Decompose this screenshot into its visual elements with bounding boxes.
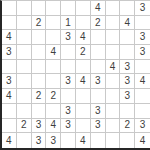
clue-cell-r3c5: 3 [61,30,76,45]
empty-cell-r6c8[interactable] [106,74,121,89]
empty-cell-r8c2[interactable] [17,104,32,119]
empty-cell-r3c2[interactable] [17,30,32,45]
clue-cell-r9c5: 3 [61,119,76,134]
empty-cell-r9c6[interactable] [76,119,91,134]
empty-cell-r3c4[interactable] [46,30,61,45]
empty-cell-r5c3[interactable] [32,60,47,75]
clue-cell-r6c10: 4 [135,74,150,89]
clue-cell-r4c10: 3 [135,45,150,60]
empty-cell-r8c10[interactable] [135,104,150,119]
clue-cell-r9c7: 3 [91,119,106,134]
empty-cell-r4c2[interactable] [17,45,32,60]
clue-cell-r6c6: 4 [76,74,91,89]
empty-cell-r1c8[interactable] [106,1,121,16]
clue-cell-r10c10: 4 [135,133,150,148]
empty-cell-r4c8[interactable] [106,45,121,60]
empty-cell-r8c4[interactable] [46,104,61,119]
empty-cell-r6c3[interactable] [32,74,47,89]
clue-cell-r2c7: 2 [91,16,106,31]
empty-cell-r1c5[interactable] [61,1,76,16]
empty-cell-r5c7[interactable] [91,60,106,75]
empty-cell-r10c7[interactable] [91,133,106,148]
clue-cell-r4c6: 2 [76,45,91,60]
empty-cell-r5c6[interactable] [76,60,91,75]
empty-cell-r6c4[interactable] [46,74,61,89]
clue-cell-r9c4: 4 [46,119,61,134]
empty-cell-r3c3[interactable] [32,30,47,45]
clue-cell-r2c3: 2 [32,16,47,31]
empty-cell-r7c6[interactable] [76,89,91,104]
empty-cell-r1c4[interactable] [46,1,61,16]
empty-cell-r5c4[interactable] [46,60,61,75]
clue-cell-r6c1: 3 [2,74,17,89]
clue-cell-r9c2: 2 [17,119,32,134]
clue-cell-r1c10: 3 [135,1,150,16]
empty-cell-r6c2[interactable] [17,74,32,89]
clue-cell-r9c9: 2 [120,119,135,134]
clue-cell-r7c4: 2 [46,89,61,104]
empty-cell-r4c7[interactable] [91,45,106,60]
empty-cell-r3c7[interactable] [91,30,106,45]
clue-cell-r6c5: 3 [61,74,76,89]
clue-cell-r10c3: 3 [32,133,47,148]
clue-cell-r6c7: 3 [91,74,106,89]
clue-cell-r5c8: 4 [106,60,121,75]
empty-cell-r5c10[interactable] [135,60,150,75]
empty-cell-r8c3[interactable] [32,104,47,119]
empty-cell-r4c5[interactable] [61,45,76,60]
clue-cell-r5c9: 3 [120,60,135,75]
puzzle-board: 4321244343342343334334422333234332343344 [0,0,150,150]
empty-cell-r1c3[interactable] [32,1,47,16]
empty-cell-r5c1[interactable] [2,60,17,75]
clue-cell-r8c7: 3 [91,104,106,119]
empty-cell-r1c6[interactable] [76,1,91,16]
empty-cell-r8c9[interactable] [120,104,135,119]
empty-cell-r10c2[interactable] [17,133,32,148]
clue-cell-r9c3: 3 [32,119,47,134]
clue-cell-r3c10: 3 [135,30,150,45]
clue-cell-r9c10: 3 [135,119,150,134]
clue-cell-r4c4: 4 [46,45,61,60]
clue-cell-r2c5: 1 [61,16,76,31]
clue-cell-r10c4: 3 [46,133,61,148]
empty-cell-r8c6[interactable] [76,104,91,119]
empty-cell-r2c10[interactable] [135,16,150,31]
empty-cell-r9c8[interactable] [106,119,121,134]
clue-cell-r7c1: 4 [2,89,17,104]
empty-cell-r3c8[interactable] [106,30,121,45]
empty-cell-r2c6[interactable] [76,16,91,31]
clue-cell-r3c6: 4 [76,30,91,45]
empty-cell-r7c7[interactable] [91,89,106,104]
empty-cell-r10c5[interactable] [61,133,76,148]
empty-cell-r7c2[interactable] [17,89,32,104]
clue-cell-r8c5: 3 [61,104,76,119]
empty-cell-r7c10[interactable] [135,89,150,104]
clue-cell-r1c7: 4 [91,1,106,16]
clue-cell-r6c9: 3 [120,74,135,89]
clue-cell-r10c6: 4 [76,133,91,148]
clue-cell-r4c1: 3 [2,45,17,60]
clue-cell-r10c1: 4 [2,133,17,148]
empty-cell-r10c9[interactable] [120,133,135,148]
empty-cell-r10c8[interactable] [106,133,121,148]
empty-cell-r8c8[interactable] [106,104,121,119]
clue-cell-r7c3: 2 [32,89,47,104]
empty-cell-r4c9[interactable] [120,45,135,60]
empty-cell-r5c2[interactable] [17,60,32,75]
empty-cell-r1c1[interactable] [2,1,17,16]
empty-cell-r7c5[interactable] [61,89,76,104]
empty-cell-r4c3[interactable] [32,45,47,60]
empty-cell-r8c1[interactable] [2,104,17,119]
empty-cell-r2c1[interactable] [2,16,17,31]
empty-cell-r7c8[interactable] [106,89,121,104]
clue-cell-r2c9: 4 [120,16,135,31]
empty-cell-r1c9[interactable] [120,1,135,16]
empty-cell-r2c8[interactable] [106,16,121,31]
empty-cell-r2c2[interactable] [17,16,32,31]
clue-cell-r7c9: 3 [120,89,135,104]
empty-cell-r1c2[interactable] [17,1,32,16]
empty-cell-r3c9[interactable] [120,30,135,45]
empty-cell-r9c1[interactable] [2,119,17,134]
empty-cell-r5c5[interactable] [61,60,76,75]
empty-cell-r2c4[interactable] [46,16,61,31]
clue-cell-r3c1: 4 [2,30,17,45]
